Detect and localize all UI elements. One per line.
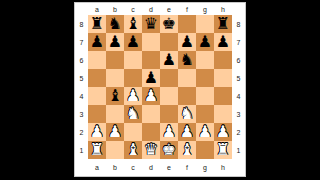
- square-e7[interactable]: [160, 33, 178, 51]
- square-h8[interactable]: ♜: [214, 15, 232, 33]
- file-label-bottom-h: h: [214, 159, 232, 176]
- square-e4[interactable]: [160, 87, 178, 105]
- rank-label-left-5: 5: [75, 69, 88, 87]
- piece-black-bishop: ♝: [126, 15, 140, 33]
- square-g4[interactable]: [196, 87, 214, 105]
- square-b8[interactable]: ♞: [106, 15, 124, 33]
- square-f4[interactable]: [178, 87, 196, 105]
- square-b5[interactable]: [106, 69, 124, 87]
- square-a7[interactable]: ♟: [88, 33, 106, 51]
- square-g6[interactable]: [196, 51, 214, 69]
- rank-label-left-1: 1: [75, 141, 88, 159]
- piece-black-knight: ♞: [108, 15, 122, 33]
- square-e2[interactable]: ♟: [160, 123, 178, 141]
- piece-white-rook: ♜: [90, 141, 104, 159]
- piece-white-pawn: ♟: [198, 123, 212, 141]
- rank-label-right-7: 7: [232, 33, 245, 51]
- square-d1[interactable]: ♛: [142, 141, 160, 159]
- piece-black-knight: ♞: [180, 51, 194, 69]
- rank-label-left-6: 6: [75, 51, 88, 69]
- square-f6[interactable]: ♞: [178, 51, 196, 69]
- file-label-top-g: g: [196, 3, 214, 15]
- square-g8[interactable]: [196, 15, 214, 33]
- square-a4[interactable]: [88, 87, 106, 105]
- piece-white-queen: ♛: [144, 141, 158, 159]
- square-d4[interactable]: ♟: [142, 87, 160, 105]
- piece-white-rook: ♜: [216, 141, 230, 159]
- rank-label-right-2: 2: [232, 123, 245, 141]
- square-h5[interactable]: [214, 69, 232, 87]
- file-label-top-b: b: [106, 3, 124, 15]
- file-label-top-f: f: [178, 3, 196, 15]
- piece-white-knight: ♞: [126, 105, 140, 123]
- rank-label-left-7: 7: [75, 33, 88, 51]
- file-label-bottom-f: f: [178, 159, 196, 176]
- square-c2[interactable]: [124, 123, 142, 141]
- square-d3[interactable]: [142, 105, 160, 123]
- square-d6[interactable]: [142, 51, 160, 69]
- square-g1[interactable]: [196, 141, 214, 159]
- square-d5[interactable]: ♟: [142, 69, 160, 87]
- thumbnail-stage: abcdefgh8♜♞♝♛♚♜87♟♟♟♟♟♟76♟♞65♟54♝♟♟43♞♞3…: [0, 0, 320, 180]
- square-c4[interactable]: ♟: [124, 87, 142, 105]
- square-b4[interactable]: ♝: [106, 87, 124, 105]
- square-f5[interactable]: [178, 69, 196, 87]
- piece-black-rook: ♜: [216, 15, 230, 33]
- square-a8[interactable]: ♜: [88, 15, 106, 33]
- square-b1[interactable]: [106, 141, 124, 159]
- rank-label-left-3: 3: [75, 105, 88, 123]
- square-c7[interactable]: ♟: [124, 33, 142, 51]
- square-e3[interactable]: [160, 105, 178, 123]
- piece-white-pawn: ♟: [144, 87, 158, 105]
- rank-label-left-8: 8: [75, 15, 88, 33]
- piece-black-pawn: ♟: [216, 33, 230, 51]
- piece-black-rook: ♜: [90, 15, 104, 33]
- piece-white-pawn: ♟: [108, 123, 122, 141]
- square-f3[interactable]: ♞: [178, 105, 196, 123]
- rank-label-right-4: 4: [232, 87, 245, 105]
- piece-black-pawn: ♟: [180, 33, 194, 51]
- square-a6[interactable]: [88, 51, 106, 69]
- square-a1[interactable]: ♜: [88, 141, 106, 159]
- piece-black-pawn: ♟: [144, 69, 158, 87]
- square-b7[interactable]: ♟: [106, 33, 124, 51]
- rank-label-right-8: 8: [232, 15, 245, 33]
- rank-label-left-2: 2: [75, 123, 88, 141]
- square-g5[interactable]: [196, 69, 214, 87]
- file-label-top-e: e: [160, 3, 178, 15]
- piece-white-bishop: ♝: [180, 141, 194, 159]
- file-label-bottom-d: d: [142, 159, 160, 176]
- square-c1[interactable]: ♝: [124, 141, 142, 159]
- piece-white-pawn: ♟: [180, 123, 194, 141]
- square-f7[interactable]: ♟: [178, 33, 196, 51]
- rank-label-left-4: 4: [75, 87, 88, 105]
- rank-label-right-1: 1: [232, 141, 245, 159]
- square-e8[interactable]: ♚: [160, 15, 178, 33]
- piece-black-pawn: ♟: [162, 51, 176, 69]
- piece-black-bishop: ♝: [108, 87, 122, 105]
- square-b2[interactable]: ♟: [106, 123, 124, 141]
- square-a3[interactable]: [88, 105, 106, 123]
- file-label-bottom-e: e: [160, 159, 178, 176]
- piece-black-pawn: ♟: [126, 33, 140, 51]
- square-e1[interactable]: ♚: [160, 141, 178, 159]
- file-label-bottom-b: b: [106, 159, 124, 176]
- file-label-top-d: d: [142, 3, 160, 15]
- file-label-bottom-c: c: [124, 159, 142, 176]
- square-g7[interactable]: ♟: [196, 33, 214, 51]
- piece-white-pawn: ♟: [162, 123, 176, 141]
- piece-black-pawn: ♟: [198, 33, 212, 51]
- square-f2[interactable]: ♟: [178, 123, 196, 141]
- piece-black-pawn: ♟: [90, 33, 104, 51]
- square-b6[interactable]: [106, 51, 124, 69]
- file-label-top-c: c: [124, 3, 142, 15]
- square-c8[interactable]: ♝: [124, 15, 142, 33]
- square-h3[interactable]: [214, 105, 232, 123]
- chess-board: abcdefgh8♜♞♝♛♚♜87♟♟♟♟♟♟76♟♞65♟54♝♟♟43♞♞3…: [75, 3, 245, 176]
- square-e5[interactable]: [160, 69, 178, 87]
- square-h7[interactable]: ♟: [214, 33, 232, 51]
- square-c5[interactable]: [124, 69, 142, 87]
- corner-bottom-right: [232, 159, 245, 176]
- rank-label-right-5: 5: [232, 69, 245, 87]
- square-b3[interactable]: [106, 105, 124, 123]
- file-label-top-a: a: [88, 3, 106, 15]
- piece-black-king: ♚: [162, 15, 176, 33]
- chess-diagram-panel: abcdefgh8♜♞♝♛♚♜87♟♟♟♟♟♟76♟♞65♟54♝♟♟43♞♞3…: [74, 2, 246, 177]
- rank-label-right-3: 3: [232, 105, 245, 123]
- rank-label-right-6: 6: [232, 51, 245, 69]
- square-h1[interactable]: ♜: [214, 141, 232, 159]
- square-h4[interactable]: [214, 87, 232, 105]
- square-c6[interactable]: [124, 51, 142, 69]
- square-d2[interactable]: [142, 123, 160, 141]
- corner-bottom-left: [75, 159, 88, 176]
- square-a2[interactable]: ♟: [88, 123, 106, 141]
- square-a5[interactable]: [88, 69, 106, 87]
- corner-top-right: [232, 3, 245, 15]
- square-f1[interactable]: ♝: [178, 141, 196, 159]
- square-c3[interactable]: ♞: [124, 105, 142, 123]
- square-h6[interactable]: [214, 51, 232, 69]
- file-label-bottom-g: g: [196, 159, 214, 176]
- piece-white-knight: ♞: [180, 105, 194, 123]
- square-g2[interactable]: ♟: [196, 123, 214, 141]
- square-d7[interactable]: [142, 33, 160, 51]
- square-f8[interactable]: [178, 15, 196, 33]
- piece-white-pawn: ♟: [90, 123, 104, 141]
- file-label-bottom-a: a: [88, 159, 106, 176]
- piece-white-pawn: ♟: [216, 123, 230, 141]
- piece-white-bishop: ♝: [126, 141, 140, 159]
- piece-black-queen: ♛: [144, 15, 158, 33]
- square-d8[interactable]: ♛: [142, 15, 160, 33]
- file-label-top-h: h: [214, 3, 232, 15]
- square-h2[interactable]: ♟: [214, 123, 232, 141]
- piece-black-pawn: ♟: [108, 33, 122, 51]
- square-g3[interactable]: [196, 105, 214, 123]
- corner-top-left: [75, 3, 88, 15]
- piece-white-pawn: ♟: [126, 87, 140, 105]
- square-e6[interactable]: ♟: [160, 51, 178, 69]
- piece-white-king: ♚: [162, 141, 176, 159]
